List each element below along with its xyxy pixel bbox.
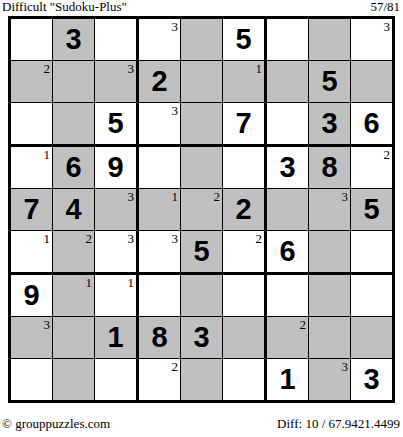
corner-mark: 3 — [128, 189, 135, 204]
cell-r5c2[interactable]: 4 — [53, 189, 95, 231]
given-digit: 1 — [267, 359, 308, 400]
cell-r5c8[interactable]: 3 — [309, 189, 351, 231]
cell-r6c7[interactable]: 6 — [267, 231, 309, 275]
cell-r7c9[interactable] — [351, 275, 392, 317]
cell-r1c9[interactable]: 3 — [351, 19, 392, 61]
given-digit: 3 — [351, 359, 392, 400]
given-digit: 5 — [351, 189, 392, 230]
cell-r4c5[interactable] — [181, 147, 223, 189]
given-digit: 5 — [309, 61, 350, 102]
corner-mark: 1 — [44, 231, 51, 246]
header: Difficult "Sudoku-Plus" 57/81 — [2, 0, 400, 15]
corner-mark: 3 — [128, 231, 135, 246]
cell-r6c2[interactable]: 2 — [53, 231, 95, 275]
corner-mark: 3 — [44, 317, 51, 332]
cell-r2c3[interactable]: 3 — [95, 61, 139, 103]
given-digit: 7 — [11, 189, 52, 230]
given-digit: 5 — [95, 103, 136, 144]
corner-mark: 3 — [384, 19, 391, 34]
cell-r7c8[interactable] — [309, 275, 351, 317]
corner-mark: 3 — [128, 61, 135, 76]
cell-r5c6[interactable]: 2 — [223, 189, 267, 231]
cell-r2c7[interactable] — [267, 61, 309, 103]
cell-r3c4[interactable]: 3 — [139, 103, 181, 147]
cell-r1c4[interactable]: 3 — [139, 19, 181, 61]
cell-r7c2[interactable]: 1 — [53, 275, 95, 317]
given-digit: 9 — [95, 147, 136, 188]
cell-r8c7[interactable]: 2 — [267, 317, 309, 359]
cell-r5c9[interactable]: 5 — [351, 189, 392, 231]
cell-r5c3[interactable]: 3 — [95, 189, 139, 231]
cell-r2c8[interactable]: 5 — [309, 61, 351, 103]
cell-r4c7[interactable]: 3 — [267, 147, 309, 189]
cell-r4c3[interactable]: 9 — [95, 147, 139, 189]
corner-mark: 1 — [256, 61, 263, 76]
footer: © grouppuzzles.com Diff: 10 / 67.9421.44… — [2, 416, 400, 432]
given-digit: 6 — [351, 103, 392, 144]
cell-r9c6[interactable] — [223, 359, 267, 400]
cell-r3c7[interactable] — [267, 103, 309, 147]
cell-r8c4[interactable]: 8 — [139, 317, 181, 359]
cell-r2c2[interactable] — [53, 61, 95, 103]
cell-r8c6[interactable] — [223, 317, 267, 359]
cell-r4c8[interactable]: 8 — [309, 147, 351, 189]
cell-r9c1[interactable] — [11, 359, 53, 400]
given-digit: 5 — [223, 19, 264, 60]
cell-r6c6[interactable]: 2 — [223, 231, 267, 275]
cell-r8c8[interactable] — [309, 317, 351, 359]
corner-mark: 3 — [172, 103, 179, 118]
corner-mark: 1 — [128, 275, 135, 290]
cell-r4c1[interactable]: 1 — [11, 147, 53, 189]
cell-r3c5[interactable] — [181, 103, 223, 147]
corner-mark: 2 — [86, 231, 93, 246]
cell-r1c1[interactable] — [11, 19, 53, 61]
puzzle-title: Difficult "Sudoku-Plus" — [2, 0, 127, 14]
given-digit: 2 — [139, 61, 180, 102]
cell-r6c4[interactable]: 3 — [139, 231, 181, 275]
empty-cells-counter: 57/81 — [370, 0, 400, 14]
given-digit: 6 — [53, 147, 94, 188]
given-digit: 3 — [267, 147, 308, 188]
cell-r6c8[interactable] — [309, 231, 351, 275]
corner-mark: 2 — [172, 359, 179, 374]
cell-r9c8[interactable]: 3 — [309, 359, 351, 400]
corner-mark: 3 — [172, 231, 179, 246]
corner-mark: 1 — [172, 189, 179, 204]
given-digit: 3 — [53, 19, 94, 60]
cell-r9c5[interactable] — [181, 359, 223, 400]
cell-r1c3[interactable] — [95, 19, 139, 61]
cell-r6c5[interactable]: 5 — [181, 231, 223, 275]
cell-r8c3[interactable]: 1 — [95, 317, 139, 359]
given-digit: 3 — [309, 103, 350, 144]
cell-r7c6[interactable] — [223, 275, 267, 317]
cell-r7c5[interactable] — [181, 275, 223, 317]
given-digit: 7 — [223, 103, 264, 144]
cell-r4c6[interactable] — [223, 147, 267, 189]
given-digit: 2 — [223, 189, 264, 230]
cell-r7c4[interactable] — [139, 275, 181, 317]
cell-r1c5[interactable] — [181, 19, 223, 61]
cell-r5c7[interactable] — [267, 189, 309, 231]
cell-r8c1[interactable]: 3 — [11, 317, 53, 359]
cell-r7c3[interactable]: 1 — [95, 275, 139, 317]
cell-r6c3[interactable]: 3 — [95, 231, 139, 275]
cell-r3c1[interactable] — [11, 103, 53, 147]
sudoku-board: 3353232155373616938274312235123352691131… — [8, 16, 395, 403]
cell-r9c7[interactable]: 1 — [267, 359, 309, 400]
cell-r3c3[interactable]: 5 — [95, 103, 139, 147]
given-digit: 1 — [95, 317, 136, 358]
cell-r7c1[interactable]: 9 — [11, 275, 53, 317]
cell-r1c6[interactable]: 5 — [223, 19, 267, 61]
cell-r3c6[interactable]: 7 — [223, 103, 267, 147]
cell-r1c7[interactable] — [267, 19, 309, 61]
corner-mark: 2 — [384, 147, 391, 162]
cell-r2c9[interactable] — [351, 61, 392, 103]
corner-mark: 3 — [342, 189, 349, 204]
cell-r3c9[interactable]: 6 — [351, 103, 392, 147]
cell-r5c4[interactable]: 1 — [139, 189, 181, 231]
cell-r9c9[interactable]: 3 — [351, 359, 392, 400]
corner-mark: 2 — [300, 317, 307, 332]
cell-r8c2[interactable] — [53, 317, 95, 359]
given-digit: 4 — [53, 189, 94, 230]
cell-r7c7[interactable] — [267, 275, 309, 317]
corner-mark: 2 — [256, 231, 263, 246]
corner-mark: 3 — [342, 359, 349, 374]
cell-r4c9[interactable]: 2 — [351, 147, 392, 189]
cell-r3c8[interactable]: 3 — [309, 103, 351, 147]
corner-mark: 3 — [172, 19, 179, 34]
cell-r9c3[interactable] — [95, 359, 139, 400]
copyright-text: © grouppuzzles.com — [2, 416, 110, 432]
corner-mark: 1 — [44, 147, 51, 162]
cell-r6c1[interactable]: 1 — [11, 231, 53, 275]
cell-r5c5[interactable]: 2 — [181, 189, 223, 231]
corner-mark: 2 — [44, 61, 51, 76]
cell-r2c4[interactable]: 2 — [139, 61, 181, 103]
cell-r2c6[interactable]: 1 — [223, 61, 267, 103]
cell-r9c2[interactable] — [53, 359, 95, 400]
given-digit: 5 — [181, 231, 222, 272]
cell-r8c9[interactable] — [351, 317, 392, 359]
cell-r8c5[interactable]: 3 — [181, 317, 223, 359]
cell-r1c8[interactable] — [309, 19, 351, 61]
given-digit: 3 — [181, 317, 222, 358]
cell-r3c2[interactable] — [53, 103, 95, 147]
cell-r4c2[interactable]: 6 — [53, 147, 95, 189]
cell-r4c4[interactable] — [139, 147, 181, 189]
corner-mark: 1 — [86, 275, 93, 290]
cell-r1c2[interactable]: 3 — [53, 19, 95, 61]
cell-r5c1[interactable]: 7 — [11, 189, 53, 231]
given-digit: 9 — [11, 275, 52, 316]
given-digit: 6 — [267, 231, 308, 272]
cell-r6c9[interactable] — [351, 231, 392, 275]
given-digit: 8 — [139, 317, 180, 358]
corner-mark: 2 — [214, 189, 221, 204]
cell-r2c1[interactable]: 2 — [11, 61, 53, 103]
cell-r2c5[interactable] — [181, 61, 223, 103]
cell-r9c4[interactable]: 2 — [139, 359, 181, 400]
difficulty-text: Diff: 10 / 67.9421.4499 — [277, 416, 400, 432]
given-digit: 8 — [309, 147, 350, 188]
